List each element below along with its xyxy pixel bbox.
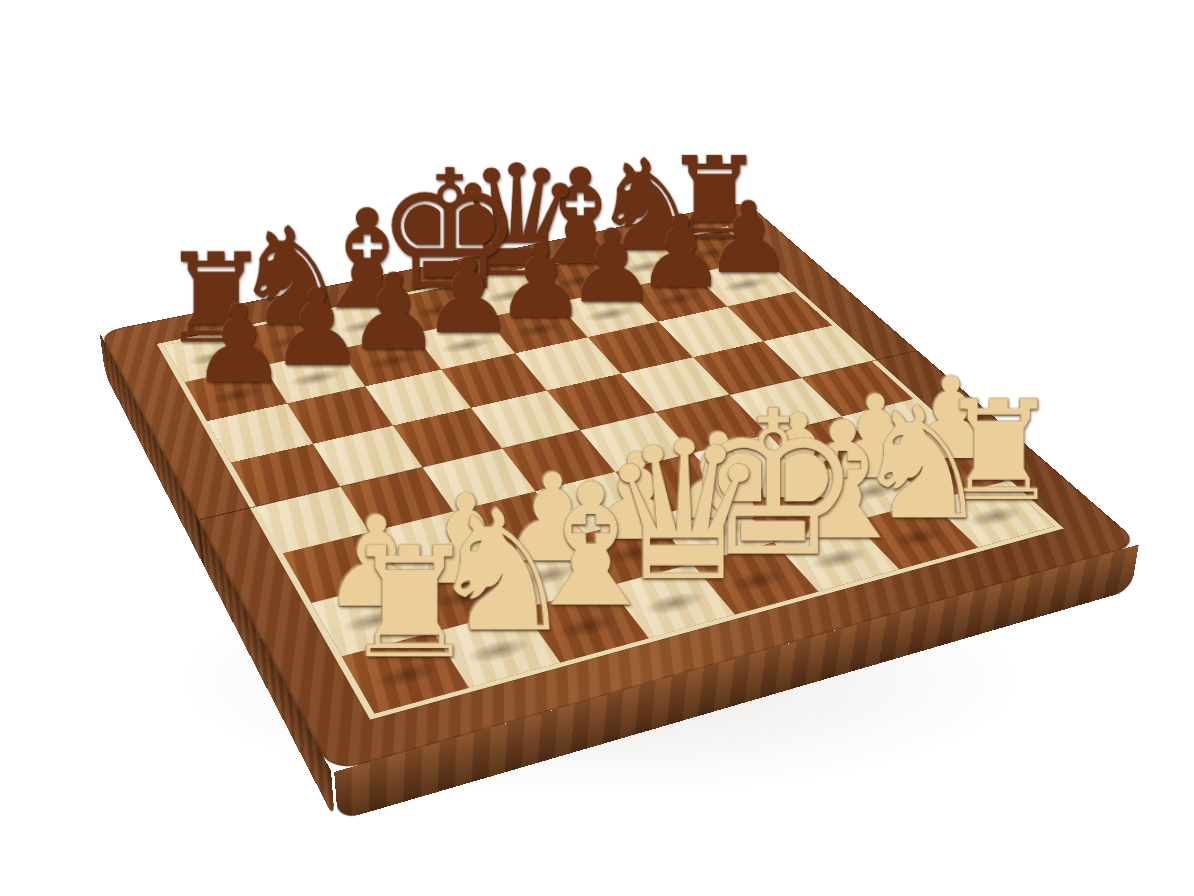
square-a7: ♟ — [185, 365, 287, 421]
white-rook-glyph: ♜ — [327, 526, 492, 680]
product-photo: ♜♞♝♚♛♝♞♜♟♟♟♟♟♟♟♟♟♟♟♟♟♟♟♟♜♞♝♛♚♝♞♜ — [0, 0, 1194, 896]
square-a1: ♜ — [342, 632, 469, 713]
black-pawn-glyph: ♟ — [171, 291, 308, 398]
